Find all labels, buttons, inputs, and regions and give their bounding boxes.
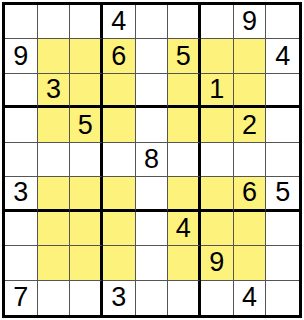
cell-r6c2[interactable] bbox=[38, 177, 71, 211]
cell-r3c7[interactable]: 1 bbox=[201, 74, 234, 108]
cell-r9c7[interactable] bbox=[201, 281, 234, 315]
cell-r5c4[interactable] bbox=[103, 143, 136, 177]
cell-r4c1[interactable] bbox=[5, 108, 38, 142]
cell-r4c3[interactable]: 5 bbox=[70, 108, 103, 142]
cell-r1c4[interactable]: 4 bbox=[103, 5, 136, 39]
cell-r9c8[interactable]: 4 bbox=[234, 281, 267, 315]
cell-r8c8[interactable] bbox=[234, 246, 267, 280]
cell-r7c9[interactable] bbox=[266, 212, 299, 246]
cell-r4c2[interactable] bbox=[38, 108, 71, 142]
cell-r1c7[interactable] bbox=[201, 5, 234, 39]
cell-r1c5[interactable] bbox=[136, 5, 169, 39]
cell-r1c2[interactable] bbox=[38, 5, 71, 39]
cell-r5c5[interactable]: 8 bbox=[136, 143, 169, 177]
cell-r9c1[interactable]: 7 bbox=[5, 281, 38, 315]
cell-r1c8[interactable]: 9 bbox=[234, 5, 267, 39]
cell-r8c1[interactable] bbox=[5, 246, 38, 280]
cell-r9c2[interactable] bbox=[38, 281, 71, 315]
cell-r1c6[interactable] bbox=[168, 5, 201, 39]
cell-r6c7[interactable] bbox=[201, 177, 234, 211]
cell-r8c6[interactable] bbox=[168, 246, 201, 280]
cell-r2c9[interactable]: 4 bbox=[266, 39, 299, 73]
cell-r1c3[interactable] bbox=[70, 5, 103, 39]
cell-r3c3[interactable] bbox=[70, 74, 103, 108]
cell-r5c9[interactable] bbox=[266, 143, 299, 177]
cell-r2c1[interactable]: 9 bbox=[5, 39, 38, 73]
cell-r5c7[interactable] bbox=[201, 143, 234, 177]
cell-r8c4[interactable] bbox=[103, 246, 136, 280]
cell-r2c2[interactable] bbox=[38, 39, 71, 73]
cell-r5c3[interactable] bbox=[70, 143, 103, 177]
cell-r6c3[interactable] bbox=[70, 177, 103, 211]
cell-r7c1[interactable] bbox=[5, 212, 38, 246]
cell-r9c9[interactable] bbox=[266, 281, 299, 315]
cell-r4c9[interactable] bbox=[266, 108, 299, 142]
cell-r2c4[interactable]: 6 bbox=[103, 39, 136, 73]
cell-r7c4[interactable] bbox=[103, 212, 136, 246]
cell-r5c2[interactable] bbox=[38, 143, 71, 177]
cell-r9c6[interactable] bbox=[168, 281, 201, 315]
cell-r6c8[interactable]: 6 bbox=[234, 177, 267, 211]
cell-r6c4[interactable] bbox=[103, 177, 136, 211]
cell-r8c5[interactable] bbox=[136, 246, 169, 280]
cell-r9c5[interactable] bbox=[136, 281, 169, 315]
cell-r3c1[interactable] bbox=[5, 74, 38, 108]
cell-r5c1[interactable] bbox=[5, 143, 38, 177]
cell-r6c5[interactable] bbox=[136, 177, 169, 211]
cell-r8c2[interactable] bbox=[38, 246, 71, 280]
cell-r4c6[interactable] bbox=[168, 108, 201, 142]
cell-r7c2[interactable] bbox=[38, 212, 71, 246]
cell-r2c6[interactable]: 5 bbox=[168, 39, 201, 73]
cell-r4c4[interactable] bbox=[103, 108, 136, 142]
cell-r3c2[interactable]: 3 bbox=[38, 74, 71, 108]
cell-r4c7[interactable] bbox=[201, 108, 234, 142]
sudoku-board: 4996543152836549734 bbox=[2, 2, 302, 318]
cell-r4c8[interactable]: 2 bbox=[234, 108, 267, 142]
cell-r7c7[interactable] bbox=[201, 212, 234, 246]
cell-r1c9[interactable] bbox=[266, 5, 299, 39]
cell-r8c7[interactable]: 9 bbox=[201, 246, 234, 280]
cell-r3c5[interactable] bbox=[136, 74, 169, 108]
cell-r8c9[interactable] bbox=[266, 246, 299, 280]
cell-r9c3[interactable] bbox=[70, 281, 103, 315]
cell-r5c8[interactable] bbox=[234, 143, 267, 177]
cell-r7c3[interactable] bbox=[70, 212, 103, 246]
cell-r5c6[interactable] bbox=[168, 143, 201, 177]
cell-r4c5[interactable] bbox=[136, 108, 169, 142]
cell-r3c9[interactable] bbox=[266, 74, 299, 108]
cell-r6c1[interactable]: 3 bbox=[5, 177, 38, 211]
cell-r1c1[interactable] bbox=[5, 5, 38, 39]
cell-r9c4[interactable]: 3 bbox=[103, 281, 136, 315]
cell-r2c7[interactable] bbox=[201, 39, 234, 73]
cell-r3c4[interactable] bbox=[103, 74, 136, 108]
cell-r7c5[interactable] bbox=[136, 212, 169, 246]
cell-r7c6[interactable]: 4 bbox=[168, 212, 201, 246]
cell-r8c3[interactable] bbox=[70, 246, 103, 280]
cell-r3c6[interactable] bbox=[168, 74, 201, 108]
cell-r2c8[interactable] bbox=[234, 39, 267, 73]
cell-r6c6[interactable] bbox=[168, 177, 201, 211]
cell-r2c5[interactable] bbox=[136, 39, 169, 73]
cell-r3c8[interactable] bbox=[234, 74, 267, 108]
cell-r7c8[interactable] bbox=[234, 212, 267, 246]
cell-r2c3[interactable] bbox=[70, 39, 103, 73]
cell-r6c9[interactable]: 5 bbox=[266, 177, 299, 211]
